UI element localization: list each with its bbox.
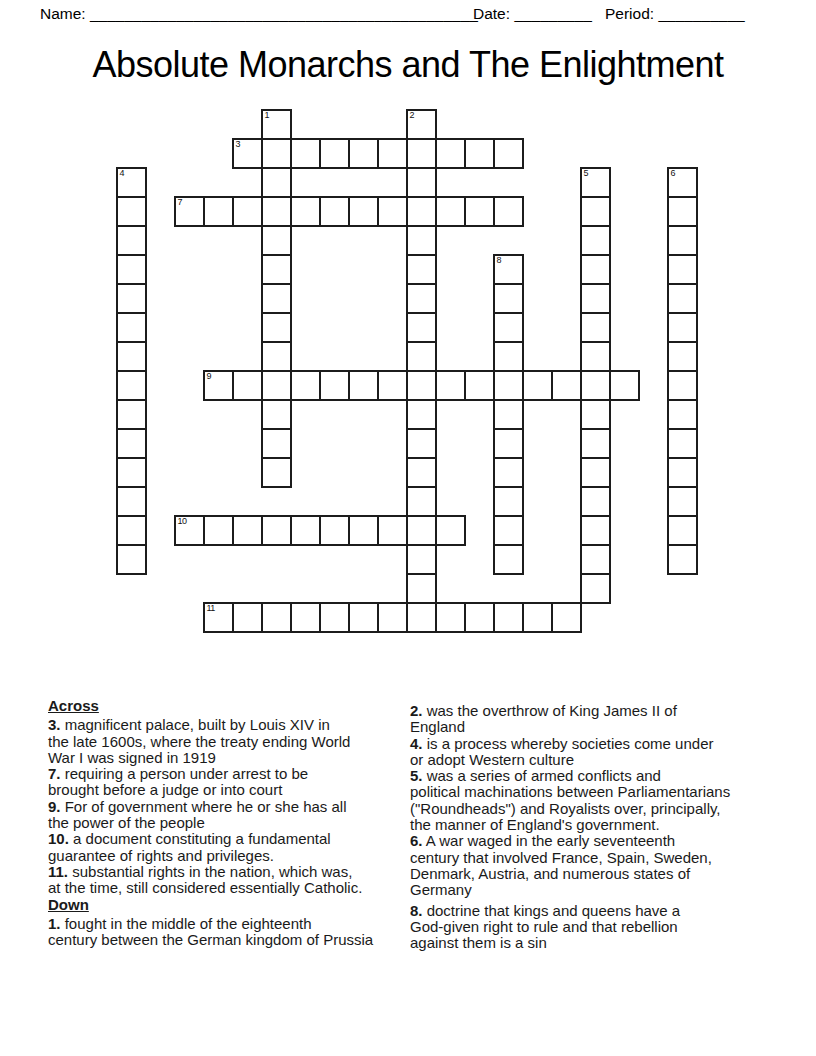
grid-cell-r9c16[interactable]: [580, 370, 611, 401]
date-field: Date: _________: [473, 5, 592, 23]
date-blank-line: _________: [514, 5, 592, 22]
grid-cell-r0c10[interactable]: 2: [406, 109, 437, 140]
grid-cell-r3c12[interactable]: [464, 196, 495, 227]
grid-cell-r4c10[interactable]: [406, 225, 437, 256]
grid-cell-r6c10[interactable]: [406, 283, 437, 314]
clue-6-line-1: 6. A war waged in the early seventeenth: [410, 833, 730, 849]
clue-2-line-1: 2. was the overthrow of King James II of: [410, 703, 730, 719]
grid-cell-r0c5[interactable]: 1: [261, 109, 292, 140]
grid-cell-r14c10[interactable]: [406, 515, 437, 546]
grid-cell-r1c6[interactable]: [290, 138, 321, 169]
grid-cell-r12c0[interactable]: [116, 457, 147, 488]
clue-8-line-1: 8. doctrine that kings and queens have a: [410, 903, 730, 919]
clue-7-line-1: 7. requiring a person under arrest to be: [48, 766, 373, 782]
clue-heading-down: Down: [48, 897, 373, 913]
clue-1-line-1: 1. fought in the middle of the eighteent…: [48, 916, 373, 932]
grid-cell-r9c11[interactable]: [435, 370, 466, 401]
clue-3-line-2: the late 1600s, where the treaty ending …: [48, 734, 373, 750]
clue-7: 7. requiring a person under arrest to be…: [48, 766, 373, 799]
grid-cell-r1c10[interactable]: [406, 138, 437, 169]
grid-cell-r3c7[interactable]: [319, 196, 350, 227]
grid-cell-r1c7[interactable]: [319, 138, 350, 169]
clue-5-line-1: 5. was a series of armed conflicts and: [410, 768, 730, 784]
name-blank-line: ________________________________________…: [90, 5, 478, 22]
grid-cell-r11c0[interactable]: [116, 428, 147, 459]
grid-cell-r17c15[interactable]: [551, 602, 582, 633]
grid-cell-r6c19[interactable]: [667, 283, 698, 314]
grid-cell-r17c14[interactable]: [522, 602, 553, 633]
grid-cell-r17c3[interactable]: 11: [203, 602, 234, 633]
grid-cell-r7c0[interactable]: [116, 312, 147, 343]
grid-cell-r14c19[interactable]: [667, 515, 698, 546]
grid-cell-r5c10[interactable]: [406, 254, 437, 285]
clue-5-line-2: political machinations between Parliamen…: [410, 784, 730, 800]
clue-4: 4. is a process whereby societies come u…: [410, 736, 730, 769]
grid-cell-r1c8[interactable]: [348, 138, 379, 169]
clue-4-line-2: or adopt Western culture: [410, 752, 730, 768]
clue-10: 10. a document constituting a fundamenta…: [48, 831, 373, 864]
clue-2: 2. was the overthrow of King James II of…: [410, 703, 730, 736]
clue-9: 9. For of government where he or she has…: [48, 799, 373, 832]
clues-column-left: Across3. magnificent palace, built by Lo…: [48, 698, 373, 948]
clue-6: 6. A war waged in the early seventeenthc…: [410, 833, 730, 898]
grid-cell-r11c10[interactable]: [406, 428, 437, 459]
period-field: Period: __________: [605, 5, 745, 23]
name-field: Name: __________________________________…: [40, 5, 478, 23]
grid-cell-r8c19[interactable]: [667, 341, 698, 372]
grid-cell-r2c19[interactable]: 6: [667, 167, 698, 198]
grid-cell-r1c9[interactable]: [377, 138, 408, 169]
grid-cell-r9c12[interactable]: [464, 370, 495, 401]
grid-cell-r2c0[interactable]: 4: [116, 167, 147, 198]
clue-3-line-3: War I was signed in 1919: [48, 750, 373, 766]
grid-cell-r3c2[interactable]: 7: [174, 196, 205, 227]
grid-cell-r12c19[interactable]: [667, 457, 698, 488]
grid-cell-r4c5[interactable]: [261, 225, 292, 256]
grid-cell-r10c5[interactable]: [261, 399, 292, 430]
grid-cell-r7c10[interactable]: [406, 312, 437, 343]
grid-cell-r14c7[interactable]: [319, 515, 350, 546]
grid-cell-r3c13[interactable]: [493, 196, 524, 227]
grid-cell-r11c13[interactable]: [493, 428, 524, 459]
clue-number-7: 7: [178, 197, 183, 207]
grid-cell-r1c11[interactable]: [435, 138, 466, 169]
grid-cell-r11c19[interactable]: [667, 428, 698, 459]
grid-cell-r12c16[interactable]: [580, 457, 611, 488]
grid-cell-r17c9[interactable]: [377, 602, 408, 633]
clue-5: 5. was a series of armed conflicts andpo…: [410, 768, 730, 833]
grid-cell-r14c4[interactable]: [232, 515, 263, 546]
clue-number-11: 11: [207, 603, 215, 613]
clue-number-8: 8: [497, 255, 502, 265]
clue-11: 11. substantial rights in the nation, wh…: [48, 864, 373, 897]
grid-cell-r5c5[interactable]: [261, 254, 292, 285]
grid-cell-r3c6[interactable]: [290, 196, 321, 227]
grid-cell-r10c16[interactable]: [580, 399, 611, 430]
grid-cell-r3c19[interactable]: [667, 196, 698, 227]
grid-cell-r17c10[interactable]: [406, 602, 437, 633]
grid-cell-r9c10[interactable]: [406, 370, 437, 401]
grid-cell-r4c0[interactable]: [116, 225, 147, 256]
clue-1-line-2: century between the German kingdom of Pr…: [48, 932, 373, 948]
grid-cell-r9c6[interactable]: [290, 370, 321, 401]
grid-cell-r3c9[interactable]: [377, 196, 408, 227]
grid-cell-r10c13[interactable]: [493, 399, 524, 430]
grid-cell-r5c13[interactable]: 8: [493, 254, 524, 285]
clue-6-line-3: Denmark, Austria, and numerous states of: [410, 866, 730, 882]
grid-cell-r16c10[interactable]: [406, 573, 437, 604]
clue-number-1: 1: [265, 110, 270, 120]
period-blank-line: __________: [658, 5, 744, 22]
crossword-grid: 1234567891011: [116, 109, 698, 633]
grid-cell-r7c16[interactable]: [580, 312, 611, 343]
grid-cell-r9c0[interactable]: [116, 370, 147, 401]
grid-cell-r17c5[interactable]: [261, 602, 292, 633]
date-label: Date:: [473, 5, 510, 22]
grid-cell-r1c13[interactable]: [493, 138, 524, 169]
grid-cell-r9c19[interactable]: [667, 370, 698, 401]
grid-cell-r14c6[interactable]: [290, 515, 321, 546]
clue-11-line-2: at the time, still considered essentiall…: [48, 880, 373, 896]
clue-1: 1. fought in the middle of the eighteent…: [48, 916, 373, 949]
grid-cell-r12c13[interactable]: [493, 457, 524, 488]
grid-cell-r15c10[interactable]: [406, 544, 437, 575]
clue-6-line-4: Germany: [410, 882, 730, 898]
grid-cell-r13c0[interactable]: [116, 486, 147, 517]
grid-cell-r14c0[interactable]: [116, 515, 147, 546]
period-label: Period:: [605, 5, 654, 22]
grid-cell-r8c13[interactable]: [493, 341, 524, 372]
clue-4-line-1: 4. is a process whereby societies come u…: [410, 736, 730, 752]
grid-cell-r1c4[interactable]: 3: [232, 138, 263, 169]
grid-cell-r8c5[interactable]: [261, 341, 292, 372]
clue-number-5: 5: [584, 168, 589, 178]
grid-cell-r9c9[interactable]: [377, 370, 408, 401]
worksheet-page: Name: __________________________________…: [0, 0, 816, 1056]
clue-2-line-2: England: [410, 719, 730, 735]
grid-cell-r17c8[interactable]: [348, 602, 379, 633]
grid-cell-r14c3[interactable]: [203, 515, 234, 546]
grid-cell-r8c0[interactable]: [116, 341, 147, 372]
clue-10-line-2: guarantee of rights and privileges.: [48, 848, 373, 864]
page-title: Absolute Monarchs and The Enlightment: [0, 44, 816, 86]
grid-cell-r2c5[interactable]: [261, 167, 292, 198]
grid-cell-r3c3[interactable]: [203, 196, 234, 227]
grid-cell-r14c5[interactable]: [261, 515, 292, 546]
name-label: Name:: [40, 5, 86, 22]
grid-cell-r3c4[interactable]: [232, 196, 263, 227]
grid-cell-r4c16[interactable]: [580, 225, 611, 256]
grid-cell-r7c13[interactable]: [493, 312, 524, 343]
grid-cell-r13c19[interactable]: [667, 486, 698, 517]
clue-number-3: 3: [236, 139, 241, 149]
clue-8-line-3: against them is a sin: [410, 935, 730, 951]
grid-cell-r9c13[interactable]: [493, 370, 524, 401]
grid-cell-r14c13[interactable]: [493, 515, 524, 546]
grid-cell-r5c16[interactable]: [580, 254, 611, 285]
clue-10-line-1: 10. a document constituting a fundamenta…: [48, 831, 373, 847]
grid-cell-r14c9[interactable]: [377, 515, 408, 546]
grid-cell-r9c15[interactable]: [551, 370, 582, 401]
clue-8: 8. doctrine that kings and queens have a…: [410, 903, 730, 952]
grid-cell-r10c19[interactable]: [667, 399, 698, 430]
grid-cell-r2c10[interactable]: [406, 167, 437, 198]
grid-cell-r3c5[interactable]: [261, 196, 292, 227]
grid-cell-r12c10[interactable]: [406, 457, 437, 488]
grid-cell-r17c6[interactable]: [290, 602, 321, 633]
grid-cell-r9c8[interactable]: [348, 370, 379, 401]
grid-cell-r3c0[interactable]: [116, 196, 147, 227]
grid-cell-r6c0[interactable]: [116, 283, 147, 314]
clue-9-line-1: 9. For of government where he or she has…: [48, 799, 373, 815]
clue-number-4: 4: [120, 168, 125, 178]
grid-cell-r11c16[interactable]: [580, 428, 611, 459]
grid-cell-r15c19[interactable]: [667, 544, 698, 575]
grid-cell-r9c4[interactable]: [232, 370, 263, 401]
grid-cell-r5c0[interactable]: [116, 254, 147, 285]
grid-cell-r17c12[interactable]: [464, 602, 495, 633]
grid-cell-r9c3[interactable]: 9: [203, 370, 234, 401]
clues-column-right: 2. was the overthrow of King James II of…: [410, 703, 730, 951]
grid-cell-r9c7[interactable]: [319, 370, 350, 401]
grid-cell-r3c8[interactable]: [348, 196, 379, 227]
clue-3: 3. magnificent palace, built by Louis XI…: [48, 717, 373, 766]
grid-cell-r8c16[interactable]: [580, 341, 611, 372]
clue-number-10: 10: [178, 516, 187, 526]
grid-cell-r15c16[interactable]: [580, 544, 611, 575]
grid-cell-r8c10[interactable]: [406, 341, 437, 372]
clue-number-9: 9: [207, 371, 212, 381]
clue-5-line-4: the manner of England's government.: [410, 817, 730, 833]
grid-cell-r10c0[interactable]: [116, 399, 147, 430]
grid-cell-r17c13[interactable]: [493, 602, 524, 633]
grid-cell-r6c16[interactable]: [580, 283, 611, 314]
clue-number-2: 2: [410, 110, 415, 120]
grid-cell-r14c11[interactable]: [435, 515, 466, 546]
grid-cell-r14c2[interactable]: 10: [174, 515, 205, 546]
grid-cell-r4c19[interactable]: [667, 225, 698, 256]
grid-cell-r15c0[interactable]: [116, 544, 147, 575]
grid-cell-r9c5[interactable]: [261, 370, 292, 401]
clue-8-line-2: God-given right to rule and that rebelli…: [410, 919, 730, 935]
grid-cell-r9c14[interactable]: [522, 370, 553, 401]
grid-cell-r5c19[interactable]: [667, 254, 698, 285]
grid-cell-r7c19[interactable]: [667, 312, 698, 343]
grid-cell-r11c5[interactable]: [261, 428, 292, 459]
clue-number-6: 6: [671, 168, 676, 178]
grid-cell-r3c16[interactable]: [580, 196, 611, 227]
grid-cell-r12c5[interactable]: [261, 457, 292, 488]
grid-cell-r10c10[interactable]: [406, 399, 437, 430]
grid-cell-r7c5[interactable]: [261, 312, 292, 343]
grid-cell-r17c4[interactable]: [232, 602, 263, 633]
grid-cell-r3c10[interactable]: [406, 196, 437, 227]
grid-cell-r14c8[interactable]: [348, 515, 379, 546]
grid-cell-r1c12[interactable]: [464, 138, 495, 169]
grid-cell-r16c16[interactable]: [580, 573, 611, 604]
clue-5-line-3: ("Roundheads") and Royalists over, princ…: [410, 801, 730, 817]
clue-3-line-1: 3. magnificent palace, built by Louis XI…: [48, 717, 373, 733]
grid-cell-r14c16[interactable]: [580, 515, 611, 546]
grid-cell-r3c11[interactable]: [435, 196, 466, 227]
clue-heading-across: Across: [48, 698, 373, 714]
grid-cell-r9c17[interactable]: [609, 370, 640, 401]
grid-cell-r6c5[interactable]: [261, 283, 292, 314]
clue-6-line-2: century that involved France, Spain, Swe…: [410, 850, 730, 866]
grid-cell-r13c16[interactable]: [580, 486, 611, 517]
grid-cell-r17c7[interactable]: [319, 602, 350, 633]
grid-cell-r2c16[interactable]: 5: [580, 167, 611, 198]
grid-cell-r13c10[interactable]: [406, 486, 437, 517]
grid-cell-r13c13[interactable]: [493, 486, 524, 517]
clue-7-line-2: brought before a judge or into court: [48, 782, 373, 798]
grid-cell-r17c11[interactable]: [435, 602, 466, 633]
grid-cell-r6c13[interactable]: [493, 283, 524, 314]
grid-cell-r1c5[interactable]: [261, 138, 292, 169]
grid-cell-r15c13[interactable]: [493, 544, 524, 575]
clue-11-line-1: 11. substantial rights in the nation, wh…: [48, 864, 373, 880]
clue-9-line-2: the power of the people: [48, 815, 373, 831]
